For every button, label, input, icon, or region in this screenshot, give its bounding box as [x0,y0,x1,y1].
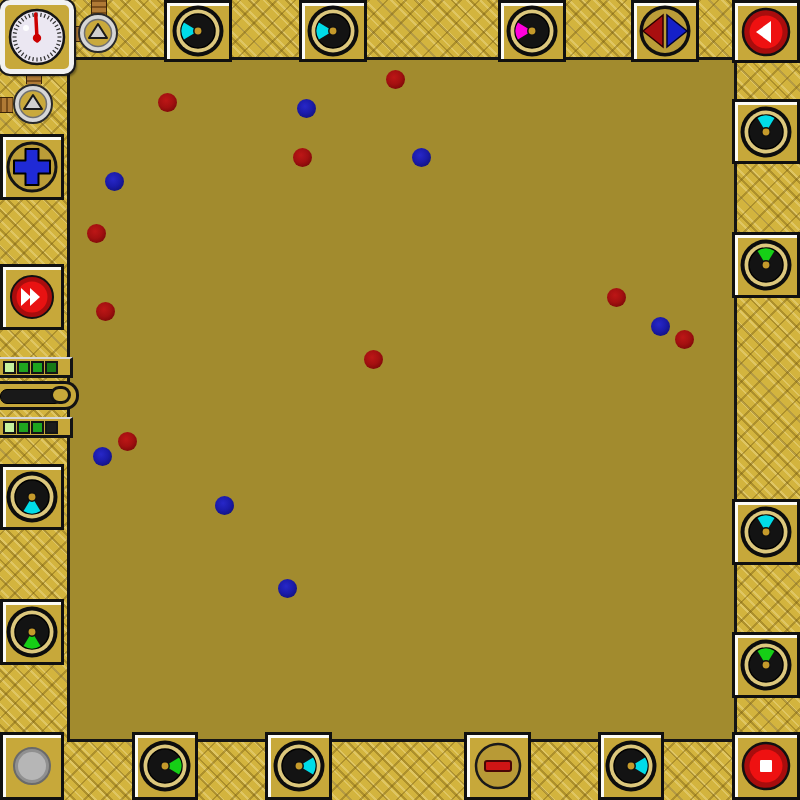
red-ball[interactable] [675,330,694,349]
dial-down-icon [5,470,59,524]
red-ball[interactable] [386,70,405,89]
speed-slider-knob[interactable] [50,386,71,404]
square-icon [741,741,791,791]
button-add[interactable] [0,134,64,200]
dial-right-4[interactable] [732,632,800,698]
plus-icon [6,141,58,193]
button-gray[interactable] [0,732,64,800]
fast-forward-icon [9,274,55,320]
charge-meter-top [0,357,73,378]
dial-bottom-1[interactable] [132,732,198,800]
dial-up-icon [739,638,793,692]
button-remove[interactable] [464,732,531,800]
playfield[interactable] [67,57,737,742]
dial-left-1[interactable] [0,464,64,530]
charge-meter-bottom [0,417,73,438]
dial-down-icon [5,605,59,659]
dial-left-2[interactable] [0,599,64,665]
charge-meter-top-cell [45,361,58,374]
red-ball[interactable] [364,350,383,369]
blue-ball[interactable] [93,447,112,466]
button-fast-forward[interactable] [0,264,64,330]
red-blue-splitter-icon [638,4,692,58]
blue-ball[interactable] [105,172,124,191]
red-ball[interactable] [607,288,626,307]
dial-left-icon [171,4,225,58]
gray-circle-icon [10,744,54,788]
speed-slider[interactable] [0,381,79,410]
minus-icon [473,741,523,791]
red-ball[interactable] [158,93,177,112]
blue-ball[interactable] [651,317,670,336]
red-ball[interactable] [293,148,312,167]
dial-up-icon [739,238,793,292]
triangle-left-icon [741,7,791,57]
dial-right-1[interactable] [732,99,800,164]
dial-top-1[interactable] [164,0,232,62]
charge-meter-top-cell [31,361,44,374]
charge-meter-bottom-cell [31,421,44,434]
dial-left-icon [505,4,559,58]
gauge-face [5,5,69,69]
dial-up-icon [739,105,793,159]
game-board [0,0,800,800]
red-ball[interactable] [87,224,106,243]
dial-right-3[interactable] [732,499,800,565]
dial-bottom-2[interactable] [265,732,332,800]
button-back[interactable] [732,0,800,63]
blue-ball[interactable] [215,496,234,515]
dial-up-icon [739,505,793,559]
dial-right-icon [604,739,658,793]
blue-ball[interactable] [278,579,297,598]
pressure-gauge [0,0,74,74]
dial-bottom-3[interactable] [598,732,664,800]
dial-right-icon [138,739,192,793]
dial-left-icon [306,4,360,58]
blue-ball[interactable] [297,99,316,118]
valve-left[interactable] [11,82,55,126]
dial-right-2[interactable] [732,232,800,298]
charge-meter-bottom-cell [17,421,30,434]
charge-meter-top-cell [3,361,16,374]
red-ball[interactable] [118,432,137,451]
dial-top-3[interactable] [498,0,566,62]
dial-right-icon [272,739,326,793]
red-ball[interactable] [96,302,115,321]
charge-meter-top-cell [17,361,30,374]
valve-top[interactable] [76,11,120,55]
charge-meter-bottom-cell [3,421,16,434]
valve-up-icon [76,11,120,55]
valve-up-icon [11,82,55,126]
dial-top-2[interactable] [299,0,367,62]
button-stop[interactable] [732,732,800,800]
charge-meter-bottom-cell [45,421,58,434]
splitter[interactable] [631,0,699,62]
blue-ball[interactable] [412,148,431,167]
